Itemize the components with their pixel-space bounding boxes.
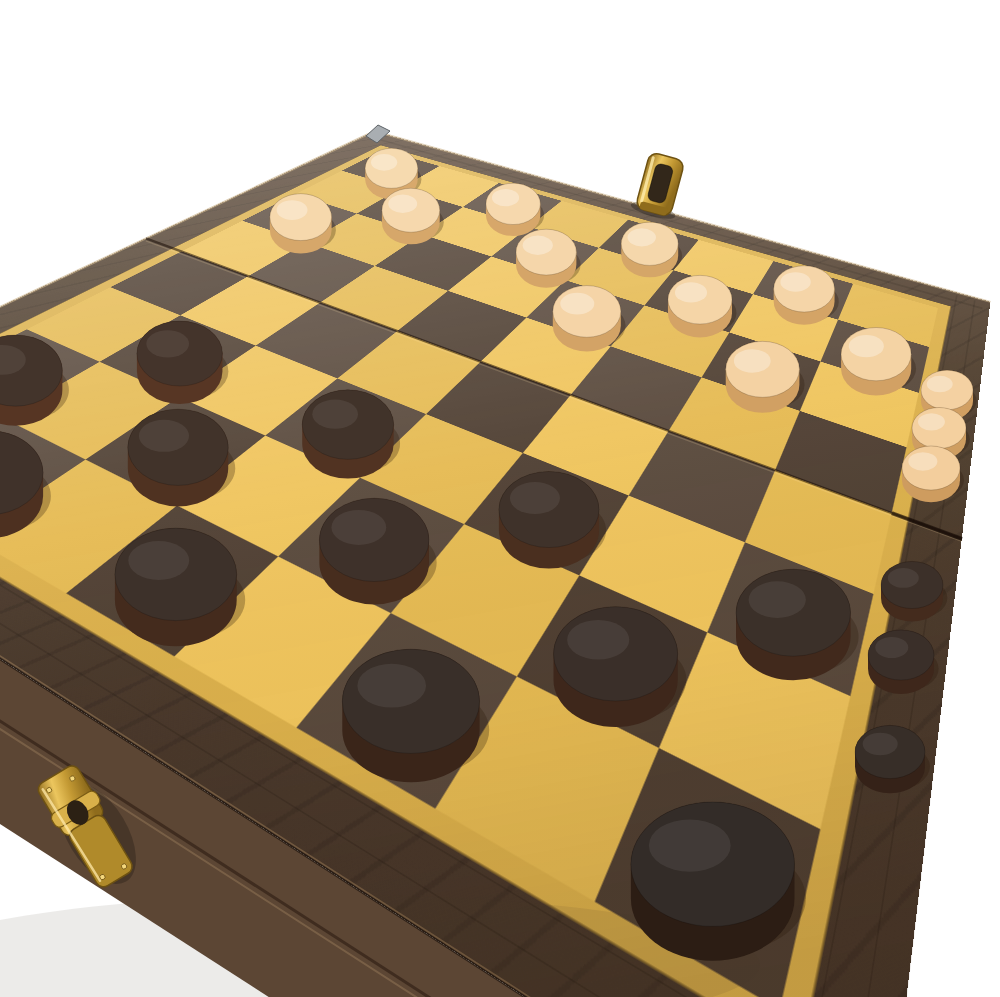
checker-dark-r6c4[interactable] [302,390,400,479]
metal-corner-clip [366,125,390,143]
checker-light-r1c3[interactable] [486,183,544,236]
checker-dark-tray-1[interactable] [881,561,947,621]
checker-dark-r8c6[interactable] [342,649,489,782]
checker-light-r3c5[interactable] [553,286,626,352]
checker-dark-r6c8[interactable] [736,569,859,680]
checker-dark-r8c2[interactable] [0,430,51,538]
checker-light-r2c6[interactable] [668,275,737,337]
far-right-edge-highlight [374,131,990,302]
checkers-box-photo [0,0,1000,997]
checker-dark-r7c7[interactable] [554,607,687,727]
checker-dark-r7c5[interactable] [319,498,436,604]
checker-dark-r7c1[interactable] [0,335,69,426]
fold-seam-rail-gap [892,513,962,539]
checker-light-r2c8[interactable] [841,328,916,396]
checker-dark-tray-2[interactable] [868,630,939,694]
checker-dark-r8c4[interactable] [115,528,245,646]
checker-dark-r6c2[interactable] [137,321,229,404]
checker-dark-r8c8[interactable] [631,802,806,961]
checker-light-r3c7[interactable] [726,341,805,412]
checker-light-r1c5[interactable] [621,222,682,277]
pieces-and-hardware-overlay [0,0,1000,997]
checker-light-r3c1[interactable] [270,194,336,254]
brass-handle [629,150,689,222]
checker-light-r2c2[interactable] [382,188,444,244]
checker-light-r2c4[interactable] [516,229,581,288]
checker-dark-r6c6[interactable] [499,471,606,568]
checker-dark-tray-3[interactable] [855,725,930,793]
checker-light-r1c7[interactable] [774,266,839,325]
checker-dark-r7c3[interactable] [128,409,235,506]
